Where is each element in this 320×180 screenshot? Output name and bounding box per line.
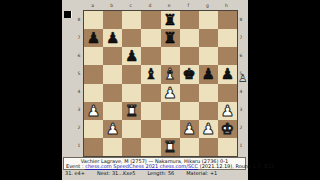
piece-black-pawn[interactable]: ♟ [122, 47, 141, 65]
piece-white-king[interactable]: ♚ [218, 120, 237, 138]
square-d3[interactable] [141, 102, 160, 120]
square-g8[interactable] [199, 11, 218, 29]
square-g5[interactable]: ♟ [199, 65, 218, 83]
square-d2[interactable] [141, 120, 160, 138]
square-b3[interactable] [103, 102, 122, 120]
square-h3[interactable]: ♟ [218, 102, 237, 120]
piece-white-pawn[interactable]: ♟ [199, 120, 218, 138]
piece-black-pawn[interactable]: ♟ [199, 65, 218, 83]
current-move: 31. e4+ [65, 170, 85, 176]
rank-label-3: 3 [238, 101, 244, 119]
chess-board[interactable]: ♜♟♟♜♟♝♝♚♟♟♟♟♜♟♟♟♟♚♜ [83, 10, 238, 157]
next-move: Next: 31...Kxe5 [97, 170, 135, 176]
rank-labels-left: 87654321 [76, 10, 82, 155]
square-b2[interactable]: ♟ [103, 120, 122, 138]
square-f5[interactable]: ♚ [180, 65, 199, 83]
piece-white-bishop[interactable]: ♝ [161, 65, 180, 83]
square-h1[interactable] [218, 138, 237, 156]
file-label-h: h [217, 2, 236, 9]
rank-label-8: 8 [76, 10, 82, 28]
move-status-line: 31. e4+Next: 31...Kxe5Length: 56Material… [65, 170, 245, 176]
piece-black-pawn[interactable]: ♟ [218, 65, 237, 83]
rank-label-2: 2 [76, 119, 82, 137]
square-b7[interactable]: ♟ [103, 29, 122, 47]
square-f8[interactable] [180, 11, 199, 29]
square-f7[interactable] [180, 29, 199, 47]
piece-white-rook[interactable]: ♜ [161, 138, 180, 156]
event-detail: (2021.12.19), Round 1.7: B13 [198, 163, 274, 169]
piece-white-pawn[interactable]: ♟ [84, 102, 103, 120]
square-a8[interactable] [84, 11, 103, 29]
square-f2[interactable]: ♟ [180, 120, 199, 138]
square-e5[interactable]: ♝ [161, 65, 180, 83]
square-a2[interactable] [84, 120, 103, 138]
event-label: Event : [66, 163, 85, 169]
white-pawn-indicator-icon: ♙ [238, 72, 248, 86]
rank-label-7: 7 [76, 28, 82, 46]
square-h2[interactable]: ♚ [218, 120, 237, 138]
square-f6[interactable] [180, 47, 199, 65]
square-h8[interactable] [218, 11, 237, 29]
file-label-b: b [102, 2, 121, 9]
video-frame: abcdefgh abcdefgh 87654321 87654321 ♜♟♟♜… [0, 0, 320, 180]
square-g1[interactable] [199, 138, 218, 156]
piece-white-pawn[interactable]: ♟ [218, 102, 237, 120]
square-c7[interactable] [122, 29, 141, 47]
square-f4[interactable] [180, 84, 199, 102]
game-length: Length: 56 [147, 170, 174, 176]
file-label-d: d [140, 2, 159, 9]
event-line: Event : chess.com SpeedChess 2021 chess.… [64, 164, 245, 169]
square-b1[interactable] [103, 138, 122, 156]
square-c1[interactable] [122, 138, 141, 156]
rank-label-6: 6 [76, 46, 82, 64]
rank-label-7: 7 [238, 28, 244, 46]
square-g3[interactable] [199, 102, 218, 120]
square-h6[interactable] [218, 47, 237, 65]
chess-gif-panel: abcdefgh abcdefgh 87654321 87654321 ♜♟♟♜… [62, 0, 248, 180]
square-e3[interactable] [161, 102, 180, 120]
file-label-a: a [83, 2, 102, 9]
rank-label-1: 1 [238, 137, 244, 155]
rank-label-5: 5 [76, 64, 82, 82]
piece-black-rook[interactable]: ♜ [161, 29, 180, 47]
square-b6[interactable] [103, 47, 122, 65]
square-g6[interactable] [199, 47, 218, 65]
piece-black-king[interactable]: ♚ [180, 65, 199, 83]
square-a5[interactable] [84, 65, 103, 83]
square-b5[interactable] [103, 65, 122, 83]
square-c4[interactable] [122, 84, 141, 102]
square-c2[interactable] [122, 120, 141, 138]
square-b4[interactable] [103, 84, 122, 102]
square-e2[interactable] [161, 120, 180, 138]
file-labels-top: abcdefgh [83, 2, 236, 9]
square-f3[interactable] [180, 102, 199, 120]
square-g2[interactable]: ♟ [199, 120, 218, 138]
square-a7[interactable]: ♟ [84, 29, 103, 47]
square-c5[interactable] [122, 65, 141, 83]
square-a6[interactable] [84, 47, 103, 65]
black-to-move-indicator [64, 11, 72, 18]
square-c3[interactable]: ♜ [122, 102, 141, 120]
piece-white-pawn[interactable]: ♟ [103, 120, 122, 138]
square-d5[interactable]: ♝ [141, 65, 160, 83]
square-d8[interactable] [141, 11, 160, 29]
piece-white-rook[interactable]: ♜ [122, 102, 141, 120]
caption-box: Vachier Lagrave, M (2757) — Nakamura, Hi… [63, 157, 246, 170]
square-e8[interactable]: ♜ [161, 11, 180, 29]
square-e4[interactable]: ♟ [161, 84, 180, 102]
square-a4[interactable] [84, 84, 103, 102]
material-balance: Material: +1 [186, 170, 217, 176]
piece-black-rook[interactable]: ♜ [161, 11, 180, 29]
square-h5[interactable]: ♟ [218, 65, 237, 83]
piece-white-pawn[interactable]: ♟ [180, 120, 199, 138]
square-e1[interactable]: ♜ [161, 138, 180, 156]
file-label-g: g [198, 2, 217, 9]
file-label-c: c [121, 2, 140, 9]
square-c8[interactable] [122, 11, 141, 29]
piece-black-bishop[interactable]: ♝ [141, 65, 160, 83]
piece-black-pawn[interactable]: ♟ [84, 29, 103, 47]
square-e7[interactable]: ♜ [161, 29, 180, 47]
square-f1[interactable] [180, 138, 199, 156]
file-label-f: f [179, 2, 198, 9]
rank-label-1: 1 [76, 137, 82, 155]
square-b8[interactable] [103, 11, 122, 29]
square-g4[interactable] [199, 84, 218, 102]
rank-label-3: 3 [76, 101, 82, 119]
rank-label-6: 6 [238, 46, 244, 64]
square-e6[interactable] [161, 47, 180, 65]
piece-white-pawn[interactable]: ♟ [161, 84, 180, 102]
square-d4[interactable] [141, 84, 160, 102]
square-g7[interactable] [199, 29, 218, 47]
square-h4[interactable] [218, 84, 237, 102]
square-a1[interactable] [84, 138, 103, 156]
square-d7[interactable] [141, 29, 160, 47]
square-h7[interactable] [218, 29, 237, 47]
rank-label-2: 2 [238, 119, 244, 137]
rank-label-8: 8 [238, 10, 244, 28]
square-d1[interactable] [141, 138, 160, 156]
rank-label-4: 4 [76, 83, 82, 101]
event-link[interactable]: chess.com SpeedChess 2021 chess.com/SCC [85, 163, 198, 169]
square-a3[interactable]: ♟ [84, 102, 103, 120]
square-c6[interactable]: ♟ [122, 47, 141, 65]
square-d6[interactable] [141, 47, 160, 65]
file-label-e: e [160, 2, 179, 9]
piece-black-pawn[interactable]: ♟ [103, 29, 122, 47]
